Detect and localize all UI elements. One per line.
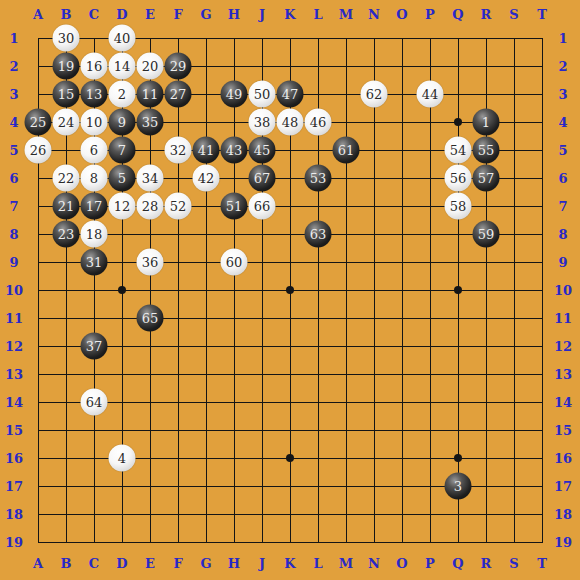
row-label-right-2: 2 <box>558 60 567 73</box>
column-label-top-Q: Q <box>452 8 463 21</box>
column-label-bottom-P: P <box>425 557 435 570</box>
stone-black-45-J5: 45 <box>249 137 276 164</box>
column-label-bottom-H: H <box>228 557 240 570</box>
row-label-right-11: 11 <box>554 312 572 325</box>
stone-black-21-B7: 21 <box>53 193 80 220</box>
stone-black-51-H7: 51 <box>221 193 248 220</box>
column-label-bottom-T: T <box>537 557 547 570</box>
stone-white-20-E2: 20 <box>137 53 164 80</box>
stone-white-22-B6: 22 <box>53 165 80 192</box>
column-label-top-C: C <box>89 8 99 21</box>
row-label-right-14: 14 <box>554 396 572 409</box>
row-label-right-4: 4 <box>558 116 567 129</box>
stone-white-26-A5: 26 <box>25 137 52 164</box>
row-label-right-10: 10 <box>554 284 572 297</box>
column-label-bottom-M: M <box>339 557 353 570</box>
column-label-top-F: F <box>173 8 182 21</box>
star-point-K10 <box>286 286 294 294</box>
row-label-left-3: 3 <box>9 88 18 101</box>
stone-black-7-D5: 7 <box>109 137 136 164</box>
row-label-left-11: 11 <box>5 312 23 325</box>
column-label-bottom-R: R <box>481 557 492 570</box>
star-point-D10 <box>118 286 126 294</box>
column-label-top-K: K <box>284 8 295 21</box>
row-label-left-12: 12 <box>5 340 23 353</box>
stone-black-23-B8: 23 <box>53 221 80 248</box>
stone-black-67-J6: 67 <box>249 165 276 192</box>
stone-black-63-L8: 63 <box>305 221 332 248</box>
column-label-bottom-F: F <box>173 557 182 570</box>
row-label-left-18: 18 <box>5 508 23 521</box>
stone-black-49-H3: 49 <box>221 81 248 108</box>
column-label-bottom-G: G <box>200 557 211 570</box>
row-label-right-19: 19 <box>554 536 572 549</box>
row-label-left-6: 6 <box>9 172 18 185</box>
column-label-bottom-J: J <box>259 557 265 570</box>
stone-white-46-L4: 46 <box>305 109 332 136</box>
stone-white-12-D7: 12 <box>109 193 136 220</box>
stone-black-17-C7: 17 <box>81 193 108 220</box>
column-label-top-J: J <box>259 8 265 21</box>
row-label-left-8: 8 <box>9 228 18 241</box>
column-label-bottom-D: D <box>116 557 127 570</box>
stone-black-25-A4: 25 <box>25 109 52 136</box>
stone-white-54-Q5: 54 <box>445 137 472 164</box>
stone-black-41-G5: 41 <box>193 137 220 164</box>
star-point-K16 <box>286 454 294 462</box>
column-label-bottom-O: O <box>396 557 407 570</box>
column-label-top-B: B <box>61 8 72 21</box>
stone-black-47-K3: 47 <box>277 81 304 108</box>
stone-white-64-C14: 64 <box>81 389 108 416</box>
stone-black-65-E11: 65 <box>137 305 164 332</box>
stone-white-50-J3: 50 <box>249 81 276 108</box>
stone-black-61-M5: 61 <box>333 137 360 164</box>
row-label-right-9: 9 <box>558 256 567 269</box>
stone-white-38-J4: 38 <box>249 109 276 136</box>
column-label-top-M: M <box>339 8 353 21</box>
row-label-right-6: 6 <box>558 172 567 185</box>
row-label-left-2: 2 <box>9 60 18 73</box>
row-label-right-18: 18 <box>554 508 572 521</box>
stone-black-5-D6: 5 <box>109 165 136 192</box>
row-label-right-7: 7 <box>558 200 567 213</box>
stone-white-62-N3: 62 <box>361 81 388 108</box>
column-label-bottom-B: B <box>61 557 72 570</box>
stone-black-31-C9: 31 <box>81 249 108 276</box>
column-label-top-E: E <box>145 8 155 21</box>
row-label-left-14: 14 <box>5 396 23 409</box>
stone-white-6-C5: 6 <box>81 137 108 164</box>
stone-black-1-R4: 1 <box>473 109 500 136</box>
column-label-top-H: H <box>228 8 240 21</box>
stone-white-16-C2: 16 <box>81 53 108 80</box>
stone-black-9-D4: 9 <box>109 109 136 136</box>
stone-white-14-D2: 14 <box>109 53 136 80</box>
row-label-left-4: 4 <box>9 116 18 129</box>
stone-white-48-K4: 48 <box>277 109 304 136</box>
stone-white-4-D16: 4 <box>109 445 136 472</box>
stone-white-60-H9: 60 <box>221 249 248 276</box>
stone-black-11-E3: 11 <box>137 81 164 108</box>
stone-black-3-Q17: 3 <box>445 473 472 500</box>
row-label-right-3: 3 <box>558 88 567 101</box>
row-label-left-7: 7 <box>9 200 18 213</box>
stone-white-30-B1: 30 <box>53 25 80 52</box>
stone-white-8-C6: 8 <box>81 165 108 192</box>
column-label-bottom-Q: Q <box>452 557 463 570</box>
row-label-right-8: 8 <box>558 228 567 241</box>
row-label-left-19: 19 <box>5 536 23 549</box>
star-point-Q16 <box>454 454 462 462</box>
column-label-top-P: P <box>425 8 435 21</box>
stone-black-55-R5: 55 <box>473 137 500 164</box>
column-label-top-A: A <box>33 8 43 21</box>
column-label-bottom-K: K <box>284 557 295 570</box>
row-label-right-17: 17 <box>554 480 572 493</box>
stone-white-40-D1: 40 <box>109 25 136 52</box>
row-label-left-1: 1 <box>9 32 18 45</box>
column-label-top-G: G <box>200 8 211 21</box>
row-label-left-9: 9 <box>9 256 18 269</box>
row-label-right-13: 13 <box>554 368 572 381</box>
stone-black-43-H5: 43 <box>221 137 248 164</box>
stone-white-32-F5: 32 <box>165 137 192 164</box>
column-label-bottom-C: C <box>89 557 99 570</box>
stone-white-2-D3: 2 <box>109 81 136 108</box>
stone-black-29-F2: 29 <box>165 53 192 80</box>
stone-white-36-E9: 36 <box>137 249 164 276</box>
column-label-bottom-S: S <box>509 557 518 570</box>
row-label-left-5: 5 <box>9 144 18 157</box>
column-label-top-S: S <box>509 8 518 21</box>
row-label-right-16: 16 <box>554 452 572 465</box>
row-label-right-1: 1 <box>558 32 567 45</box>
row-label-right-15: 15 <box>554 424 572 437</box>
stone-black-19-B2: 19 <box>53 53 80 80</box>
column-label-top-L: L <box>313 8 322 21</box>
stone-white-42-G6: 42 <box>193 165 220 192</box>
star-point-Q4 <box>454 118 462 126</box>
stone-black-57-R6: 57 <box>473 165 500 192</box>
row-label-left-16: 16 <box>5 452 23 465</box>
stone-white-18-C8: 18 <box>81 221 108 248</box>
stone-black-15-B3: 15 <box>53 81 80 108</box>
row-label-right-12: 12 <box>554 340 572 353</box>
row-label-left-15: 15 <box>5 424 23 437</box>
stone-white-56-Q6: 56 <box>445 165 472 192</box>
row-label-left-17: 17 <box>5 480 23 493</box>
stone-white-28-E7: 28 <box>137 193 164 220</box>
stone-white-34-E6: 34 <box>137 165 164 192</box>
stone-black-53-L6: 53 <box>305 165 332 192</box>
stone-black-13-C3: 13 <box>81 81 108 108</box>
column-label-bottom-N: N <box>368 557 380 570</box>
stone-white-52-F7: 52 <box>165 193 192 220</box>
column-label-top-R: R <box>481 8 492 21</box>
stone-black-35-E4: 35 <box>137 109 164 136</box>
row-label-left-10: 10 <box>5 284 23 297</box>
column-label-top-O: O <box>396 8 407 21</box>
stone-white-10-C4: 10 <box>81 109 108 136</box>
column-label-bottom-E: E <box>145 557 155 570</box>
column-label-top-N: N <box>368 8 380 21</box>
go-board[interactable]: AABBCCDDEEFFGGHHJJKKLLMMNNOOPPQQRRSSTT11… <box>0 0 580 580</box>
column-label-bottom-L: L <box>313 557 322 570</box>
stone-black-37-C12: 37 <box>81 333 108 360</box>
row-label-right-5: 5 <box>558 144 567 157</box>
column-label-top-T: T <box>537 8 547 21</box>
column-label-top-D: D <box>116 8 127 21</box>
stone-white-24-B4: 24 <box>53 109 80 136</box>
stone-white-44-P3: 44 <box>417 81 444 108</box>
row-label-left-13: 13 <box>5 368 23 381</box>
column-label-bottom-A: A <box>33 557 43 570</box>
star-point-Q10 <box>454 286 462 294</box>
stone-white-58-Q7: 58 <box>445 193 472 220</box>
stone-black-59-R8: 59 <box>473 221 500 248</box>
stone-white-66-J7: 66 <box>249 193 276 220</box>
stone-black-27-F3: 27 <box>165 81 192 108</box>
